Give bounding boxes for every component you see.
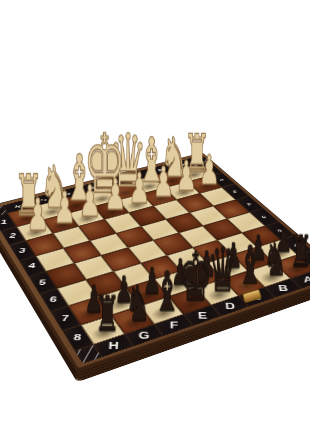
right-rank-label-4: 4: [236, 196, 264, 212]
product-photo-background: HGFEDCBA1♜♞♝♚♛♝♞♜12♟♟♟♟♟♟♟♟2334455667♟♟♟…: [0, 0, 310, 430]
coordinate-label: D: [224, 302, 235, 311]
coordinate-label: G: [138, 330, 149, 339]
piece-white-pawn-h2[interactable]: ♟: [12, 194, 64, 235]
coordinate-label: 5: [38, 279, 46, 287]
coordinate-label: 4: [247, 202, 252, 206]
coordinate-label: A: [303, 275, 310, 283]
coordinate-label: F: [169, 321, 178, 330]
coordinate-label: 3: [18, 247, 26, 254]
coordinate-label: B: [277, 284, 288, 292]
board-grid: HGFEDCBA1♜♞♝♚♛♝♞♜12♟♟♟♟♟♟♟♟2334455667♟♟♟…: [0, 155, 310, 363]
coordinate-label: H: [108, 341, 119, 351]
scene: HGFEDCBA1♜♞♝♚♛♝♞♜12♟♟♟♟♟♟♟♟2334455667♟♟♟…: [0, 0, 310, 430]
band-corner: [75, 345, 102, 364]
piece-black-rook-h8[interactable]: ♜: [77, 292, 139, 337]
coordinate-label: 5: [262, 215, 267, 219]
coordinate-label: E: [197, 311, 207, 320]
coordinate-label: 4: [28, 262, 36, 269]
coordinate-label: 3: [233, 190, 238, 194]
square-d4[interactable]: [141, 219, 179, 240]
coordinate-label: 6: [49, 296, 57, 304]
chess-board: HGFEDCBA1♜♞♝♚♛♝♞♜12♟♟♟♟♟♟♟♟2334455667♟♟♟…: [0, 152, 310, 369]
